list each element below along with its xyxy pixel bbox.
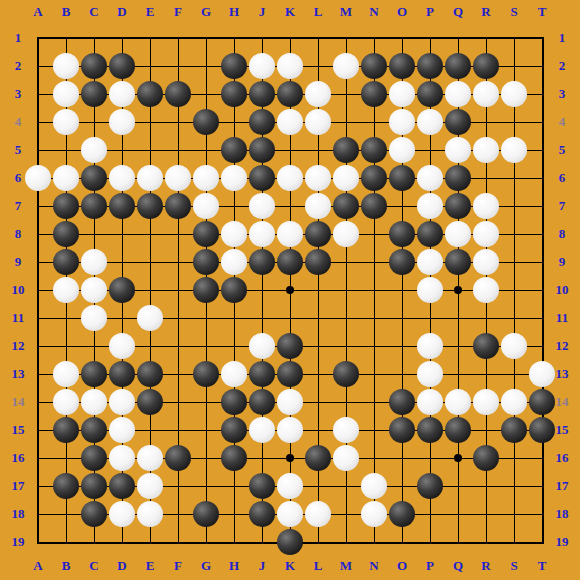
- white-stone: [333, 165, 359, 191]
- row-label-left: 19: [2, 532, 34, 552]
- black-stone: [277, 333, 303, 359]
- black-stone: [389, 389, 415, 415]
- black-stone: [81, 417, 107, 443]
- white-stone: [305, 193, 331, 219]
- star-point: [454, 454, 462, 462]
- black-stone: [389, 417, 415, 443]
- white-stone: [501, 389, 527, 415]
- column-label-bottom: L: [304, 556, 332, 576]
- black-stone: [221, 137, 247, 163]
- star-point: [454, 286, 462, 294]
- black-stone: [249, 389, 275, 415]
- white-stone: [417, 193, 443, 219]
- white-stone: [361, 501, 387, 527]
- white-stone: [221, 221, 247, 247]
- white-stone: [109, 417, 135, 443]
- black-stone: [445, 165, 471, 191]
- row-label-right: 8: [546, 224, 578, 244]
- white-stone: [81, 389, 107, 415]
- column-label-top: N: [360, 2, 388, 22]
- white-stone: [109, 445, 135, 471]
- white-stone: [109, 81, 135, 107]
- black-stone: [249, 361, 275, 387]
- black-stone: [53, 249, 79, 275]
- black-stone: [417, 53, 443, 79]
- column-label-top: Q: [444, 2, 472, 22]
- column-label-bottom: O: [388, 556, 416, 576]
- black-stone: [389, 501, 415, 527]
- white-stone: [109, 389, 135, 415]
- black-stone: [445, 53, 471, 79]
- white-stone: [473, 193, 499, 219]
- black-stone: [249, 249, 275, 275]
- black-stone: [333, 361, 359, 387]
- black-stone: [333, 193, 359, 219]
- white-stone: [53, 109, 79, 135]
- black-stone: [165, 445, 191, 471]
- column-label-bottom: P: [416, 556, 444, 576]
- black-stone: [473, 445, 499, 471]
- white-stone: [249, 417, 275, 443]
- white-stone: [109, 109, 135, 135]
- white-stone: [277, 53, 303, 79]
- white-stone: [109, 165, 135, 191]
- black-stone: [193, 501, 219, 527]
- star-point: [286, 454, 294, 462]
- black-stone: [165, 81, 191, 107]
- star-point: [286, 286, 294, 294]
- black-stone: [81, 445, 107, 471]
- black-stone: [417, 473, 443, 499]
- black-stone: [305, 445, 331, 471]
- row-label-left: 4: [2, 112, 34, 132]
- column-label-top: O: [388, 2, 416, 22]
- row-label-left: 3: [2, 84, 34, 104]
- black-stone: [249, 137, 275, 163]
- white-stone: [417, 361, 443, 387]
- black-stone: [137, 81, 163, 107]
- black-stone: [277, 249, 303, 275]
- black-stone: [361, 165, 387, 191]
- row-label-right: 5: [546, 140, 578, 160]
- white-stone: [53, 389, 79, 415]
- column-label-bottom: A: [24, 556, 52, 576]
- black-stone: [277, 529, 303, 555]
- white-stone: [137, 473, 163, 499]
- column-label-top: M: [332, 2, 360, 22]
- black-stone: [109, 361, 135, 387]
- white-stone: [445, 221, 471, 247]
- white-stone: [333, 53, 359, 79]
- white-stone: [473, 137, 499, 163]
- white-stone: [53, 53, 79, 79]
- row-label-right: 13: [546, 364, 578, 384]
- white-stone: [305, 501, 331, 527]
- black-stone: [221, 389, 247, 415]
- black-stone: [53, 473, 79, 499]
- white-stone: [501, 137, 527, 163]
- black-stone: [473, 333, 499, 359]
- white-stone: [249, 333, 275, 359]
- row-label-right: 6: [546, 168, 578, 188]
- white-stone: [277, 221, 303, 247]
- white-stone: [445, 81, 471, 107]
- white-stone: [137, 445, 163, 471]
- black-stone: [361, 193, 387, 219]
- white-stone: [249, 193, 275, 219]
- black-stone: [81, 165, 107, 191]
- go-board[interactable]: AABBCCDDEEFFGGHHJJKKLLMMNNOOPPQQRRSSTT11…: [0, 0, 580, 580]
- black-stone: [81, 53, 107, 79]
- black-stone: [109, 277, 135, 303]
- white-stone: [417, 277, 443, 303]
- row-label-left: 9: [2, 252, 34, 272]
- black-stone: [165, 193, 191, 219]
- row-label-right: 11: [546, 308, 578, 328]
- black-stone: [221, 53, 247, 79]
- white-stone: [445, 137, 471, 163]
- black-stone: [81, 361, 107, 387]
- row-label-right: 3: [546, 84, 578, 104]
- black-stone: [137, 361, 163, 387]
- white-stone: [417, 333, 443, 359]
- white-stone: [221, 165, 247, 191]
- black-stone: [193, 361, 219, 387]
- white-stone: [277, 389, 303, 415]
- white-stone: [333, 417, 359, 443]
- column-label-top: P: [416, 2, 444, 22]
- row-label-left: 15: [2, 420, 34, 440]
- black-stone: [193, 249, 219, 275]
- row-label-right: 12: [546, 336, 578, 356]
- row-label-right: 1: [546, 28, 578, 48]
- row-label-right: 2: [546, 56, 578, 76]
- row-label-right: 7: [546, 196, 578, 216]
- row-label-left: 11: [2, 308, 34, 328]
- black-stone: [445, 249, 471, 275]
- row-label-left: 13: [2, 364, 34, 384]
- column-label-top: C: [80, 2, 108, 22]
- black-stone: [277, 361, 303, 387]
- column-label-bottom: F: [164, 556, 192, 576]
- black-stone: [109, 473, 135, 499]
- row-label-right: 14: [546, 392, 578, 412]
- black-stone: [221, 81, 247, 107]
- white-stone: [473, 249, 499, 275]
- column-label-top: D: [108, 2, 136, 22]
- white-stone: [221, 249, 247, 275]
- black-stone: [221, 277, 247, 303]
- white-stone: [277, 417, 303, 443]
- white-stone: [389, 137, 415, 163]
- black-stone: [389, 53, 415, 79]
- white-stone: [333, 445, 359, 471]
- row-label-right: 4: [546, 112, 578, 132]
- column-label-bottom: H: [220, 556, 248, 576]
- row-label-left: 7: [2, 196, 34, 216]
- white-stone: [109, 501, 135, 527]
- white-stone: [473, 389, 499, 415]
- white-stone: [417, 389, 443, 415]
- white-stone: [137, 165, 163, 191]
- black-stone: [305, 221, 331, 247]
- black-stone: [53, 193, 79, 219]
- row-label-left: 17: [2, 476, 34, 496]
- black-stone: [389, 221, 415, 247]
- column-label-bottom: B: [52, 556, 80, 576]
- column-label-bottom: J: [248, 556, 276, 576]
- black-stone: [417, 417, 443, 443]
- column-label-top: B: [52, 2, 80, 22]
- column-label-bottom: N: [360, 556, 388, 576]
- column-label-top: H: [220, 2, 248, 22]
- white-stone: [417, 249, 443, 275]
- black-stone: [109, 193, 135, 219]
- black-stone: [53, 417, 79, 443]
- black-stone: [137, 193, 163, 219]
- black-stone: [249, 473, 275, 499]
- black-stone: [473, 53, 499, 79]
- column-label-bottom: E: [136, 556, 164, 576]
- white-stone: [81, 137, 107, 163]
- row-label-left: 10: [2, 280, 34, 300]
- column-label-top: A: [24, 2, 52, 22]
- black-stone: [249, 165, 275, 191]
- column-label-bottom: D: [108, 556, 136, 576]
- column-label-bottom: K: [276, 556, 304, 576]
- black-stone: [277, 81, 303, 107]
- column-label-top: E: [136, 2, 164, 22]
- white-stone: [333, 221, 359, 247]
- black-stone: [81, 193, 107, 219]
- white-stone: [277, 165, 303, 191]
- white-stone: [249, 53, 275, 79]
- black-stone: [445, 417, 471, 443]
- column-label-bottom: G: [192, 556, 220, 576]
- black-stone: [361, 53, 387, 79]
- row-label-left: 5: [2, 140, 34, 160]
- white-stone: [473, 277, 499, 303]
- white-stone: [81, 277, 107, 303]
- white-stone: [361, 473, 387, 499]
- black-stone: [389, 249, 415, 275]
- row-label-right: 16: [546, 448, 578, 468]
- row-label-right: 9: [546, 252, 578, 272]
- black-stone: [193, 109, 219, 135]
- black-stone: [445, 193, 471, 219]
- row-label-left: 1: [2, 28, 34, 48]
- white-stone: [305, 109, 331, 135]
- black-stone: [361, 137, 387, 163]
- row-label-left: 12: [2, 336, 34, 356]
- column-label-top: L: [304, 2, 332, 22]
- white-stone: [165, 165, 191, 191]
- black-stone: [249, 81, 275, 107]
- white-stone: [81, 249, 107, 275]
- white-stone: [53, 277, 79, 303]
- white-stone: [501, 81, 527, 107]
- white-stone: [53, 81, 79, 107]
- white-stone: [109, 333, 135, 359]
- row-label-right: 10: [546, 280, 578, 300]
- white-stone: [473, 221, 499, 247]
- black-stone: [417, 81, 443, 107]
- white-stone: [277, 109, 303, 135]
- black-stone: [389, 165, 415, 191]
- row-label-left: 8: [2, 224, 34, 244]
- white-stone: [221, 361, 247, 387]
- column-label-top: K: [276, 2, 304, 22]
- row-label-left: 2: [2, 56, 34, 76]
- column-label-bottom: C: [80, 556, 108, 576]
- black-stone: [81, 473, 107, 499]
- column-label-top: G: [192, 2, 220, 22]
- row-label-right: 18: [546, 504, 578, 524]
- row-label-right: 15: [546, 420, 578, 440]
- row-label-right: 17: [546, 476, 578, 496]
- white-stone: [305, 165, 331, 191]
- black-stone: [109, 53, 135, 79]
- row-label-left: 6: [2, 168, 34, 188]
- white-stone: [417, 109, 443, 135]
- column-label-top: S: [500, 2, 528, 22]
- white-stone: [53, 361, 79, 387]
- white-stone: [445, 389, 471, 415]
- black-stone: [221, 417, 247, 443]
- black-stone: [193, 277, 219, 303]
- white-stone: [193, 165, 219, 191]
- column-label-bottom: Q: [444, 556, 472, 576]
- column-label-bottom: T: [528, 556, 556, 576]
- black-stone: [333, 137, 359, 163]
- black-stone: [137, 389, 163, 415]
- black-stone: [249, 109, 275, 135]
- black-stone: [249, 501, 275, 527]
- black-stone: [417, 221, 443, 247]
- row-label-left: 14: [2, 392, 34, 412]
- white-stone: [389, 81, 415, 107]
- white-stone: [193, 193, 219, 219]
- column-label-top: T: [528, 2, 556, 22]
- row-label-left: 18: [2, 504, 34, 524]
- white-stone: [53, 165, 79, 191]
- black-stone: [501, 417, 527, 443]
- black-stone: [81, 81, 107, 107]
- white-stone: [277, 501, 303, 527]
- column-label-top: R: [472, 2, 500, 22]
- white-stone: [137, 501, 163, 527]
- row-label-left: 16: [2, 448, 34, 468]
- black-stone: [361, 81, 387, 107]
- column-label-top: J: [248, 2, 276, 22]
- column-label-bottom: S: [500, 556, 528, 576]
- black-stone: [305, 249, 331, 275]
- white-stone: [81, 305, 107, 331]
- column-label-bottom: R: [472, 556, 500, 576]
- column-label-top: F: [164, 2, 192, 22]
- black-stone: [221, 445, 247, 471]
- white-stone: [501, 333, 527, 359]
- white-stone: [249, 221, 275, 247]
- white-stone: [277, 473, 303, 499]
- black-stone: [445, 109, 471, 135]
- black-stone: [193, 221, 219, 247]
- white-stone: [417, 165, 443, 191]
- black-stone: [81, 501, 107, 527]
- black-stone: [53, 221, 79, 247]
- white-stone: [305, 81, 331, 107]
- white-stone: [389, 109, 415, 135]
- white-stone: [473, 81, 499, 107]
- row-label-right: 19: [546, 532, 578, 552]
- column-label-bottom: M: [332, 556, 360, 576]
- white-stone: [137, 305, 163, 331]
